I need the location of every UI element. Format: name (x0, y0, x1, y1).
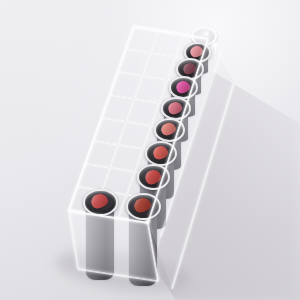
magenta-lipstick-bullet (174, 79, 191, 95)
brick-red-lipstick-bullet (132, 196, 153, 215)
brick-red-tube-rim (126, 193, 161, 220)
salmon-rose-tube-rim (154, 118, 185, 142)
coral-red-lipstick-bullet (151, 144, 170, 161)
rose-pink-tube-rim (161, 97, 191, 120)
red-tube-rim (137, 164, 170, 190)
dark-plum-lipstick-bullet (182, 61, 198, 76)
rose-red-tube-rim (83, 189, 118, 216)
salmon-rose-lipstick-bullet (159, 121, 177, 138)
photo-canvas (0, 0, 300, 300)
magenta-tube-rim (169, 76, 198, 99)
coral-red-tube-rim (145, 141, 177, 166)
light-pink-lipstick-bullet (189, 45, 204, 59)
rose-pink-lipstick-bullet (167, 100, 184, 116)
rose-red-lipstick-bullet (89, 192, 110, 211)
red-lipstick-bullet (143, 167, 163, 185)
